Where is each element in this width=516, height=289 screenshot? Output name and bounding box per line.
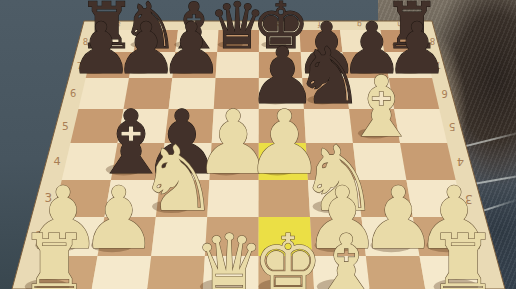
chess-app-screen: abcdefgh87654328765432♜♞♝♛♚♜♟♟♟♟♟♟♟♞♝♝♟♟… [0,0,516,289]
piece-white-bishop-f1[interactable]: ♝ [311,218,381,289]
piece-white-rook-a1[interactable]: ♜ [19,218,89,289]
rank-label-right-4: 4 [457,155,464,168]
rank-label-right-5: 5 [449,121,456,133]
rank-label-left-5: 5 [62,120,69,132]
chess-board[interactable]: abcdefgh87654328765432♜♞♝♛♚♜♟♟♟♟♟♟♟♞♝♝♟♟… [0,0,516,289]
piece-white-rook-h1[interactable]: ♜ [428,218,498,289]
piece-white-pawn-b2[interactable]: ♟ [80,168,157,268]
rank-label-left-4: 4 [54,155,61,168]
piece-black-pawn-c7[interactable]: ♟ [159,7,223,90]
